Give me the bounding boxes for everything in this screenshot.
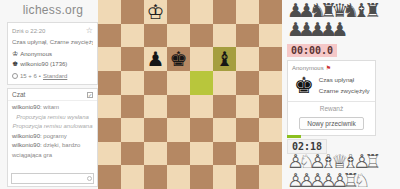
- captured-black-pieces-row: ♟♟♟♟♟: [287, 20, 399, 39]
- black-pawn-piece: ♟: [147, 49, 165, 69]
- square-g8[interactable]: [121, 165, 144, 189]
- square-b4[interactable]: [236, 71, 259, 95]
- lichess-logo[interactable]: lichess.org: [8, 3, 98, 17]
- square-a1[interactable]: [259, 0, 282, 24]
- time-gauge-bar: [287, 135, 301, 138]
- captured-pieces-top-tray: ♟♟♞♜♛♞♝♜ ♟♟♟♟♟: [287, 1, 399, 39]
- square-c8[interactable]: [213, 165, 236, 189]
- square-e2[interactable]: [167, 24, 190, 48]
- square-c5[interactable]: [213, 95, 236, 119]
- chat-title: Czat: [12, 91, 25, 98]
- chat-panel: Czat ✓ wilkonio90: witamPropozycja remis…: [7, 88, 98, 187]
- square-g5[interactable]: [121, 95, 144, 119]
- captured-pieces-bottom-tray: ♙♘♙♗♕♗♙♖ ♙♙♙♙♙♖♘: [287, 152, 399, 189]
- white-clock-timeout: 00:00.0: [287, 44, 337, 57]
- chat-system-message: Propozycja remisu anulowana: [12, 122, 93, 132]
- square-a7[interactable]: [259, 142, 282, 166]
- chat-message: wilkonio90: dzięki, bardzo wciągająca gr…: [12, 141, 93, 160]
- square-e6[interactable]: [167, 118, 190, 142]
- chat-system-message: Propozycja remisu wysłana: [12, 113, 93, 123]
- square-d7[interactable]: [190, 142, 213, 166]
- square-a3[interactable]: [259, 47, 282, 71]
- new-opponent-button[interactable]: Nowy przeciwnik: [299, 117, 363, 130]
- bullet-separator: •: [39, 73, 41, 79]
- time-control: 15 + 6: [20, 73, 37, 79]
- square-d8[interactable]: [190, 165, 213, 189]
- square-h3[interactable]: [98, 47, 121, 71]
- square-a5[interactable]: [259, 95, 282, 119]
- black-player-name[interactable]: wilkonio90 (1736): [20, 61, 67, 67]
- variant-link[interactable]: Standard: [43, 73, 67, 79]
- white-king-piece: ♔: [147, 2, 165, 22]
- square-a4[interactable]: [259, 71, 282, 95]
- game-over-panel: Anonymous⚑ ♚ Czas upłynął Czarne zwycięż…: [287, 60, 376, 136]
- black-bishop-piece: ♝: [216, 49, 234, 69]
- chat-message: wilkonio90: pogramy: [12, 132, 93, 142]
- chat-input[interactable]: [11, 173, 94, 184]
- star-bookmark-icon[interactable]: ☆: [86, 26, 93, 35]
- square-e7[interactable]: [167, 142, 190, 166]
- captured-white-pieces-row: ♙♙♙♙♙♖♘: [287, 171, 399, 189]
- square-f5[interactable]: [144, 95, 167, 119]
- square-e4[interactable]: [167, 71, 190, 95]
- square-c6[interactable]: [213, 118, 236, 142]
- square-h5[interactable]: [98, 95, 121, 119]
- result-line-1: Czas upłynął: [319, 75, 370, 86]
- square-f7[interactable]: [144, 142, 167, 166]
- result-line-2: Czarne zwyciężyły: [319, 86, 370, 97]
- square-c3[interactable]: ♝: [213, 47, 236, 71]
- square-h2[interactable]: [98, 24, 121, 48]
- chat-messages: wilkonio90: witamPropozycja remisu wysła…: [8, 101, 97, 169]
- clock-icon: [12, 73, 18, 79]
- square-b5[interactable]: [236, 95, 259, 119]
- square-c4[interactable]: [213, 71, 236, 95]
- square-f3[interactable]: ♟: [144, 47, 167, 71]
- square-f2[interactable]: [144, 24, 167, 48]
- square-d5[interactable]: [190, 95, 213, 119]
- square-d3[interactable]: [190, 47, 213, 71]
- square-d1[interactable]: [190, 0, 213, 24]
- square-g3[interactable]: [121, 47, 144, 71]
- chat-message: wilkonio90: witam: [12, 103, 93, 113]
- square-c2[interactable]: [213, 24, 236, 48]
- black-king-icon: ♚: [12, 60, 18, 68]
- square-h1[interactable]: [98, 0, 121, 24]
- winner-king-icon: ♚: [294, 75, 314, 97]
- square-c7[interactable]: [213, 142, 236, 166]
- chat-input-icon[interactable]: [87, 176, 92, 181]
- square-f4[interactable]: [144, 71, 167, 95]
- square-f1[interactable]: ♔: [144, 0, 167, 24]
- square-a6[interactable]: [259, 118, 282, 142]
- square-f6[interactable]: [144, 118, 167, 142]
- square-b7[interactable]: [236, 142, 259, 166]
- square-g1[interactable]: [121, 0, 144, 24]
- square-e1[interactable]: [167, 0, 190, 24]
- game-info-box: Dziś o 22:20 ☆ Czas upłynął, Czarne zwyc…: [7, 22, 98, 85]
- square-b2[interactable]: [236, 24, 259, 48]
- white-player-name: Anonymous: [20, 51, 52, 57]
- square-e8[interactable]: [167, 165, 190, 189]
- square-g7[interactable]: [121, 142, 144, 166]
- square-b6[interactable]: [236, 118, 259, 142]
- square-e5[interactable]: [167, 95, 190, 119]
- square-b3[interactable]: [236, 47, 259, 71]
- game-result-text: Czas upłynął, Czarne zwyciężyły: [12, 39, 93, 45]
- flagged-player-name: Anonymous: [292, 65, 324, 71]
- black-king-piece: ♚: [170, 49, 188, 69]
- square-g2[interactable]: [121, 24, 144, 48]
- square-h6[interactable]: [98, 118, 121, 142]
- square-d4[interactable]: [190, 71, 213, 95]
- white-king-icon: ♔: [12, 50, 18, 58]
- square-c1[interactable]: [213, 0, 236, 24]
- square-e3[interactable]: ♚: [167, 47, 190, 71]
- square-g4[interactable]: [121, 71, 144, 95]
- time-out-flag-icon: ⚑: [326, 64, 331, 71]
- square-a2[interactable]: [259, 24, 282, 48]
- square-h4[interactable]: [98, 71, 121, 95]
- square-b8[interactable]: [236, 165, 259, 189]
- square-h8[interactable]: [98, 165, 121, 189]
- game-date: Dziś o 22:20: [12, 28, 45, 34]
- square-d6[interactable]: [190, 118, 213, 142]
- square-g6[interactable]: [121, 118, 144, 142]
- square-h7[interactable]: [98, 142, 121, 166]
- rematch-button[interactable]: Rewanż: [288, 101, 375, 114]
- square-d2[interactable]: [190, 24, 213, 48]
- square-f8[interactable]: [144, 165, 167, 189]
- chat-toggle-checkbox[interactable]: ✓: [87, 92, 93, 98]
- chess-board: ♔♟♚♝: [98, 0, 282, 189]
- square-b1[interactable]: [236, 0, 259, 24]
- square-a8[interactable]: [259, 165, 282, 189]
